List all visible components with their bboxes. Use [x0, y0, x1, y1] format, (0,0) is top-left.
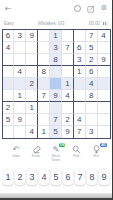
cell-r5c3[interactable]: 2: [26, 78, 38, 90]
cell-r9c5[interactable]: 5: [50, 126, 62, 138]
cell-r9c7[interactable]: 7: [74, 126, 86, 138]
bottom-banner: [0, 193, 112, 200]
cell-r9c2[interactable]: [14, 126, 26, 138]
hint-button[interactable]: AD Hint: [87, 145, 105, 163]
cell-r4c2[interactable]: 4: [14, 66, 26, 78]
cell-r4c6[interactable]: [62, 66, 74, 78]
numpad-5[interactable]: 5: [51, 169, 61, 185]
cell-r1c7[interactable]: [74, 30, 86, 42]
cell-r5c9[interactable]: [98, 78, 110, 90]
cell-r7c7[interactable]: [74, 102, 86, 114]
eraser-icon: [32, 145, 41, 154]
back-icon[interactable]: ←: [5, 5, 12, 13]
cell-r7c3[interactable]: 1: [26, 102, 38, 114]
cell-r4c5[interactable]: [50, 66, 62, 78]
sudoku-board: 6391744376583294816214179482159724415973: [2, 29, 111, 139]
cell-r2c9[interactable]: [98, 42, 110, 54]
numpad-3[interactable]: 3: [27, 169, 37, 185]
cell-r8c6[interactable]: 2: [62, 114, 74, 126]
cell-r8c3[interactable]: [26, 114, 38, 126]
cell-r8c5[interactable]: 7: [50, 114, 62, 126]
undo-button[interactable]: ↶ Undo: [7, 145, 25, 163]
app-screen: ← ⚙ Easy Mistakes: 0/3 00:00 63917443765…: [0, 0, 113, 200]
magnifier-icon: [72, 145, 81, 154]
cell-r3c4[interactable]: [38, 54, 50, 66]
cell-r4c8[interactable]: 6: [86, 66, 98, 78]
theme-icon[interactable]: [74, 5, 81, 12]
cell-r2c6[interactable]: 7: [62, 42, 74, 54]
numpad-2[interactable]: 2: [15, 169, 25, 185]
cell-r3c6[interactable]: [62, 54, 74, 66]
cell-r9c8[interactable]: 3: [86, 126, 98, 138]
edit-icon[interactable]: [87, 5, 95, 13]
cell-r2c8[interactable]: 5: [86, 42, 98, 54]
cell-r2c5[interactable]: 3: [50, 42, 62, 54]
cell-r7c1[interactable]: 2: [3, 102, 15, 114]
cell-r8c8[interactable]: [86, 114, 98, 126]
cell-r8c2[interactable]: 9: [14, 114, 26, 126]
cell-r8c9[interactable]: [98, 114, 110, 126]
cell-r7c5[interactable]: [50, 102, 62, 114]
toolbar: ↶ Undo Erase ✎ ON Smart Notes: [0, 145, 112, 163]
cell-r9c1[interactable]: [3, 126, 15, 138]
top-bar: ← ⚙: [0, 0, 112, 17]
cell-r6c9[interactable]: [98, 90, 110, 102]
cell-r8c4[interactable]: [38, 114, 50, 126]
cell-r3c7[interactable]: 3: [74, 54, 86, 66]
pause-button[interactable]: [102, 21, 108, 26]
cell-r5c4[interactable]: [38, 78, 50, 90]
bulb-icon: [92, 145, 101, 154]
cell-r6c4[interactable]: 7: [38, 90, 50, 102]
cell-r5c1[interactable]: [3, 78, 15, 90]
cell-r3c5[interactable]: 8: [50, 54, 62, 66]
cell-r1c2[interactable]: 3: [14, 30, 26, 42]
cell-r3c2[interactable]: [14, 54, 26, 66]
cell-r9c4[interactable]: 1: [38, 126, 50, 138]
undo-icon: ↶: [13, 146, 20, 154]
hint-badge: AD: [100, 143, 106, 147]
status-row: Easy Mistakes: 0/3 00:00: [0, 17, 112, 29]
number-pad: 1 2 3 4 5 6 7 8 9: [0, 169, 112, 185]
cell-r5c2[interactable]: [14, 78, 26, 90]
cell-r7c4[interactable]: [38, 102, 50, 114]
cell-r8c1[interactable]: 5: [3, 114, 15, 126]
cell-r5c5[interactable]: [50, 78, 62, 90]
find-label: Find: [73, 155, 79, 159]
difficulty-label: Easy: [4, 21, 14, 26]
cell-r6c2[interactable]: 1: [14, 90, 26, 102]
cell-r3c8[interactable]: 2: [86, 54, 98, 66]
mistakes-label: Mistakes: 0/3: [38, 21, 65, 26]
cell-r7c8[interactable]: [86, 102, 98, 114]
cell-r6c3[interactable]: [26, 90, 38, 102]
cell-r1c3[interactable]: 9: [26, 30, 38, 42]
cell-r5c7[interactable]: [74, 78, 86, 90]
cell-r3c1[interactable]: [3, 54, 15, 66]
cell-r4c9[interactable]: [98, 66, 110, 78]
erase-button[interactable]: Erase: [27, 145, 45, 163]
cell-r9c3[interactable]: 4: [26, 126, 38, 138]
cell-r4c1[interactable]: [3, 66, 15, 78]
cell-r9c9[interactable]: [98, 126, 110, 138]
cell-r7c6[interactable]: [62, 102, 74, 114]
numpad-7[interactable]: 7: [75, 169, 85, 185]
find-button[interactable]: Find: [67, 145, 85, 163]
cell-r1c9[interactable]: 4: [98, 30, 110, 42]
cell-r5c6[interactable]: 1: [62, 78, 74, 90]
numpad-4[interactable]: 4: [39, 169, 49, 185]
cell-r9c6[interactable]: 9: [62, 126, 74, 138]
cell-r6c7[interactable]: [74, 90, 86, 102]
cell-r2c2[interactable]: [14, 42, 26, 54]
cell-r1c6[interactable]: [62, 30, 74, 42]
pencil-icon: ✎: [53, 146, 60, 154]
cell-r1c4[interactable]: [38, 30, 50, 42]
cell-r6c5[interactable]: 9: [50, 90, 62, 102]
cell-r3c3[interactable]: [26, 54, 38, 66]
cell-r1c8[interactable]: 7: [86, 30, 98, 42]
hint-label: Hint: [93, 155, 99, 159]
cell-r6c8[interactable]: 8: [86, 90, 98, 102]
erase-label: Erase: [32, 155, 40, 159]
cell-r6c6[interactable]: 4: [62, 90, 74, 102]
cell-r4c3[interactable]: [26, 66, 38, 78]
cell-r2c1[interactable]: 4: [3, 42, 15, 54]
cell-r1c1[interactable]: 6: [3, 30, 15, 42]
numpad-6[interactable]: 6: [63, 169, 73, 185]
cell-r7c9[interactable]: [98, 102, 110, 114]
numpad-8[interactable]: 8: [87, 169, 97, 185]
notes-label: Smart Notes: [48, 155, 65, 163]
cell-r1c5[interactable]: 1: [50, 30, 62, 42]
cell-r3c9[interactable]: 9: [98, 54, 110, 66]
cell-r8c7[interactable]: 4: [74, 114, 86, 126]
cell-r7c2[interactable]: [14, 102, 26, 114]
cell-r2c7[interactable]: 6: [74, 42, 86, 54]
notes-badge: ON: [59, 143, 66, 147]
notes-button[interactable]: ✎ ON Smart Notes: [47, 145, 65, 163]
settings-icon[interactable]: ⚙: [101, 5, 107, 12]
cell-r4c4[interactable]: 8: [38, 66, 50, 78]
cell-r5c8[interactable]: 4: [86, 78, 98, 90]
numpad-1[interactable]: 1: [3, 169, 13, 185]
cell-r6c1[interactable]: [3, 90, 15, 102]
cell-r2c3[interactable]: [26, 42, 38, 54]
undo-label: Undo: [12, 155, 20, 159]
numpad-9[interactable]: 9: [99, 169, 109, 185]
cell-r2c4[interactable]: [38, 42, 50, 54]
timer-label: 00:00: [89, 21, 100, 26]
cell-r4c7[interactable]: 1: [74, 66, 86, 78]
